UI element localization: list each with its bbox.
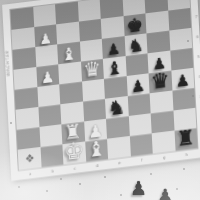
- square-e1: [107, 136, 130, 159]
- black-pawn: ♟: [131, 78, 146, 95]
- dust-speck: [18, 186, 20, 188]
- file-label-b: b: [41, 169, 64, 176]
- black-king: ♚: [126, 15, 143, 35]
- chess-board-grid: ♟♚♝♟♞♟♛♝♟♟♛♟♞♜♟❖♚♝♜: [10, 0, 197, 170]
- rank-label-6: 6: [196, 27, 200, 47]
- vinyl-board: ♟♚♝♟♞♟♛♝♟♟♛♟♞♜♟❖♚♝♜ abcdefgh 12345678 WA…: [2, 0, 200, 181]
- dust-speck: [46, 190, 48, 192]
- square-g1: [152, 131, 175, 154]
- dust-speck: [104, 176, 106, 178]
- file-label-d: d: [86, 163, 109, 170]
- file-label-h: h: [175, 152, 198, 159]
- black-bishop: ♝: [106, 59, 123, 79]
- black-knight: ♞: [128, 37, 144, 56]
- square-a1: ❖: [18, 147, 41, 170]
- board-corner-emblem: ❖: [25, 153, 34, 165]
- file-label-a: a: [19, 171, 42, 178]
- file-label-g: g: [153, 155, 176, 162]
- square-c1: ♚: [62, 142, 85, 165]
- black-pawn: ♟: [175, 73, 190, 90]
- white-pawn: ♟: [88, 123, 104, 142]
- rank-label-5: 5: [197, 47, 200, 67]
- captured-black-pawn: ♟: [157, 187, 173, 200]
- board-brand-text: WACHTER: [5, 50, 11, 77]
- black-rook: ♜: [176, 128, 195, 151]
- dust-speck: [176, 188, 178, 190]
- dust-speck: [183, 168, 185, 170]
- file-label-c: c: [64, 166, 87, 173]
- white-bishop: ♝: [61, 45, 77, 64]
- file-label-f: f: [131, 158, 154, 165]
- rank-label-4: 4: [198, 67, 200, 87]
- white-pawn: ♟: [41, 70, 55, 87]
- rank-label-7: 7: [194, 7, 198, 27]
- chessboard-photo: ♟♚♝♟♞♟♛♝♟♟♛♟♞♜♟❖♚♝♜ abcdefgh 12345678 WA…: [0, 0, 200, 200]
- white-bishop: ♝: [87, 139, 106, 162]
- white-king: ♚: [63, 139, 84, 164]
- black-pawn: ♟: [152, 56, 166, 73]
- dust-speck: [120, 194, 122, 196]
- white-rook: ♜: [64, 122, 83, 144]
- square-d1: ♝: [85, 139, 108, 162]
- square-f1: [129, 134, 152, 157]
- black-knight: ♞: [108, 97, 126, 118]
- black-queen: ♛: [151, 70, 170, 93]
- dust-speck: [79, 183, 81, 185]
- dust-speck: [150, 173, 152, 175]
- captured-black-pawn: ♟: [130, 179, 147, 198]
- square-h1: ♜: [174, 128, 197, 151]
- white-queen: ♛: [83, 59, 102, 81]
- dust-speck: [60, 178, 62, 180]
- rank-label-3: 3: [199, 87, 200, 107]
- square-b1: [40, 145, 63, 168]
- file-label-e: e: [108, 160, 131, 167]
